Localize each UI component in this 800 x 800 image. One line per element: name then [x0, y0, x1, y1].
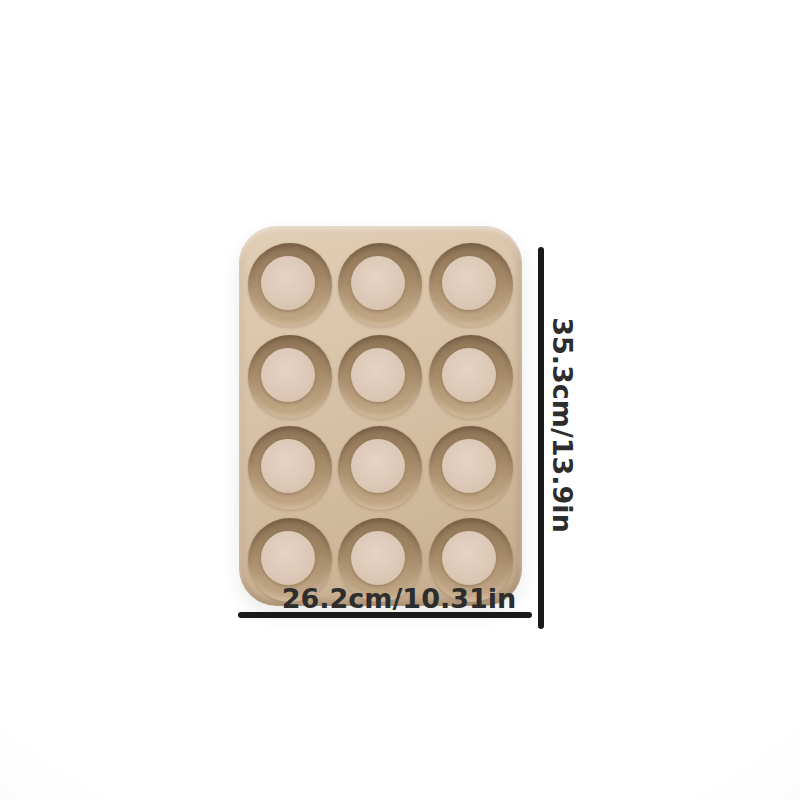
- muffin-cup: [338, 243, 422, 327]
- cup-cavity: [442, 348, 496, 402]
- cup-cell: [335, 331, 425, 423]
- cup-cavity: [351, 531, 405, 585]
- muffin-cup: [338, 426, 422, 510]
- muffin-pan: [239, 226, 522, 606]
- muffin-cup: [248, 426, 332, 510]
- muffin-cup: [248, 335, 332, 419]
- cup-cell: [245, 239, 335, 331]
- height-dimension-label: 35.3cm/13.9in: [547, 317, 578, 533]
- muffin-cup: [248, 243, 332, 327]
- cup-cell: [426, 331, 516, 423]
- cup-cell: [335, 239, 425, 331]
- cup-cell: [245, 331, 335, 423]
- cup-cavity: [261, 348, 315, 402]
- cup-cavity: [351, 439, 405, 493]
- cup-cavity: [442, 256, 496, 310]
- cup-cavity: [351, 348, 405, 402]
- cup-cavity: [261, 256, 315, 310]
- muffin-cup: [429, 426, 513, 510]
- cup-cell: [426, 239, 516, 331]
- muffin-cup: [429, 335, 513, 419]
- product-photo-scene: 35.3cm/13.9in 26.2cm/10.31in: [0, 0, 800, 800]
- cup-cell: [426, 423, 516, 515]
- muffin-cup: [338, 335, 422, 419]
- cup-cavity: [351, 256, 405, 310]
- cup-cavity: [261, 439, 315, 493]
- muffin-cup-grid: [245, 239, 516, 606]
- cup-cavity: [442, 439, 496, 493]
- cup-cavity: [261, 531, 315, 585]
- muffin-cup: [429, 243, 513, 327]
- cup-cell: [245, 423, 335, 515]
- cup-cavity: [442, 531, 496, 585]
- width-dimension-label: 26.2cm/10.31in: [282, 583, 517, 614]
- height-dimension-line: [538, 247, 544, 629]
- cup-cell: [335, 423, 425, 515]
